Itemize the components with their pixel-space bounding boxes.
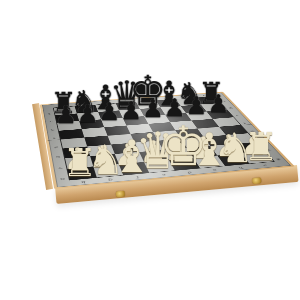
product-photo-chess-set: hgfedcba hgfedcba 12345678 12345678 ♜♞♝♛… bbox=[0, 0, 300, 300]
board-grid bbox=[53, 96, 275, 180]
square bbox=[67, 166, 96, 179]
brass-clasp-icon bbox=[116, 191, 126, 198]
brass-clasp-icon bbox=[252, 177, 262, 184]
